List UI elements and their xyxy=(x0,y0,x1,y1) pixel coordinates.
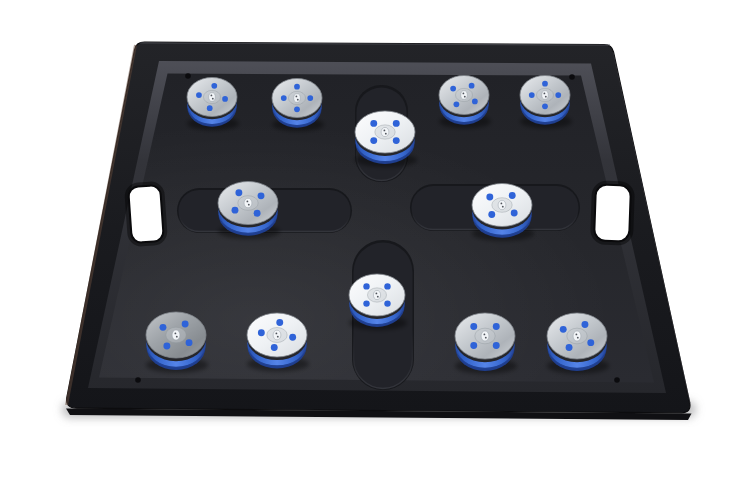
puck-dot xyxy=(276,319,283,326)
puck-screw xyxy=(481,331,489,341)
puck-dot xyxy=(470,323,477,330)
puck-dot xyxy=(542,103,548,109)
puck-dot xyxy=(469,83,475,89)
puck-dot xyxy=(450,86,456,92)
puck-dot xyxy=(258,192,265,199)
puck-1 xyxy=(187,78,239,131)
puck-dot xyxy=(207,105,213,111)
puck-screw xyxy=(172,330,180,340)
alignment-hole-3 xyxy=(135,377,141,383)
puck-dot xyxy=(182,321,189,328)
alignment-hole-4 xyxy=(614,377,620,383)
puck-screw xyxy=(573,331,581,341)
puck-dot xyxy=(587,339,594,346)
puck-screw xyxy=(273,330,281,340)
puck-dot xyxy=(370,120,377,127)
puck-dot xyxy=(393,137,400,144)
puck-dot xyxy=(560,326,567,333)
puck-8 xyxy=(349,274,407,330)
puck-screw xyxy=(461,91,468,100)
puck-dot xyxy=(232,207,239,214)
puck-dot xyxy=(582,321,589,328)
puck-dot xyxy=(211,83,217,89)
handle-left xyxy=(126,183,166,245)
puck-dot xyxy=(511,210,518,217)
puck-9 xyxy=(146,312,208,373)
puck-dot xyxy=(163,342,170,349)
puck-screw xyxy=(542,91,549,100)
puck-screw xyxy=(244,198,252,207)
puck-dot xyxy=(509,192,516,199)
handle-right xyxy=(592,182,633,243)
puck-screw xyxy=(373,290,380,299)
puck-dot xyxy=(363,283,369,289)
puck-dot xyxy=(384,283,390,289)
puck-dot xyxy=(486,194,493,201)
alignment-hole-1 xyxy=(185,73,191,79)
puck-dot xyxy=(488,211,495,218)
puck-12 xyxy=(547,313,609,374)
puck-dot xyxy=(294,84,300,90)
puck-dot xyxy=(529,92,535,98)
puck-dot xyxy=(235,189,242,196)
puck-dot xyxy=(271,344,278,351)
puck-dot xyxy=(294,106,300,112)
puck-10 xyxy=(247,313,309,371)
puck-dot xyxy=(384,300,390,306)
puck-dot xyxy=(493,323,500,330)
puck-6 xyxy=(218,182,280,239)
puck-dot xyxy=(363,300,369,306)
puck-dot xyxy=(555,92,561,98)
puck-2 xyxy=(272,79,324,132)
puck-dot xyxy=(281,95,287,101)
puck-dot xyxy=(470,342,477,349)
puck-dot xyxy=(472,99,478,105)
puck-dot xyxy=(160,324,167,331)
puck-4 xyxy=(439,76,491,129)
alignment-hole-2 xyxy=(569,74,575,80)
puck-dot xyxy=(186,339,193,346)
puck-screw xyxy=(294,94,301,103)
puck-dot xyxy=(370,137,377,144)
puck-screw xyxy=(498,200,506,209)
puck-dot xyxy=(307,95,313,101)
puck-7 xyxy=(472,184,534,241)
puck-screw xyxy=(381,127,389,136)
puck-11 xyxy=(455,313,517,374)
puck-dot xyxy=(258,329,265,336)
puck-3 xyxy=(355,111,417,167)
puck-dot xyxy=(222,96,228,102)
tray-photo-svg xyxy=(0,0,750,500)
puck-dot xyxy=(493,342,500,349)
product-photo xyxy=(0,0,750,500)
puck-dot xyxy=(393,120,400,127)
puck-5 xyxy=(520,76,572,129)
puck-dot xyxy=(196,92,202,98)
puck-dot xyxy=(566,344,573,351)
puck-dot xyxy=(454,101,460,107)
puck-screw xyxy=(209,93,216,102)
puck-dot xyxy=(289,334,296,341)
puck-dot xyxy=(542,81,548,87)
puck-dot xyxy=(254,210,261,217)
